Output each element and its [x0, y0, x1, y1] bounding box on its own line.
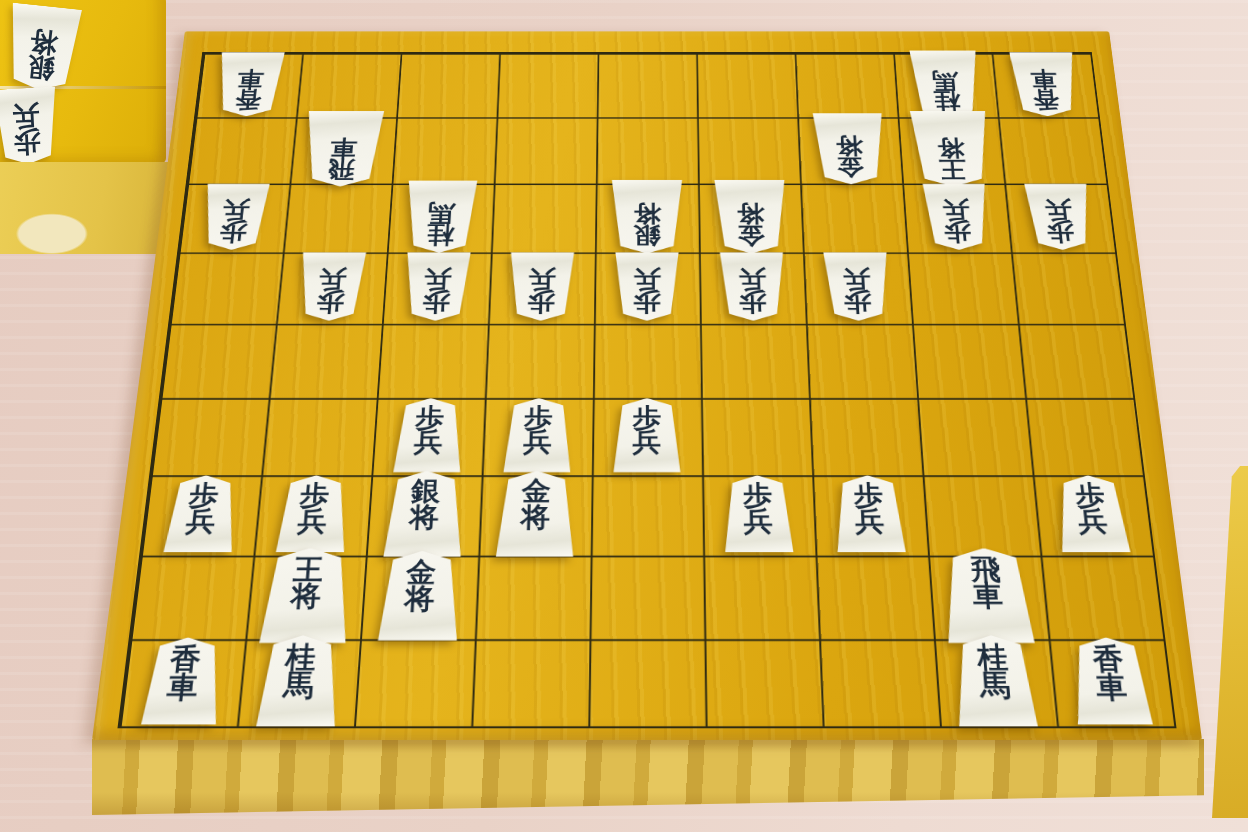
square-6d[interactable]: 歩 兵 [488, 252, 595, 323]
piece-gote-knight[interactable]: 桂 馬 [402, 181, 480, 253]
square-5f[interactable]: 歩 兵 [592, 398, 702, 475]
piece-face: 歩 兵 [401, 252, 473, 321]
square-8g[interactable]: 歩 兵 [253, 475, 371, 555]
square-7a[interactable] [396, 53, 499, 117]
piece-kanji-label: 歩 兵 [523, 406, 553, 455]
square-4c[interactable]: 金 将 [698, 184, 803, 253]
square-7d[interactable]: 歩 兵 [382, 252, 491, 323]
piece-face: 歩 兵 [0, 86, 61, 165]
square-8h[interactable]: 王 将 [245, 556, 366, 640]
piece-sente-rook[interactable]: 飛 車 [939, 548, 1038, 643]
piece-sente-pawn[interactable]: 歩 兵 [611, 398, 682, 472]
square-8f[interactable] [261, 398, 377, 475]
piece-gote-lance[interactable]: 香 車 [1007, 52, 1082, 116]
square-5g[interactable] [591, 475, 703, 555]
square-6g[interactable]: 金 将 [478, 475, 592, 555]
piece-kanji-label: 歩 兵 [297, 483, 331, 534]
square-5i[interactable] [588, 639, 705, 726]
piece-face: 歩 兵 [613, 252, 681, 321]
piece-kanji-label: 歩 兵 [422, 268, 452, 314]
square-9a[interactable]: 香 車 [196, 53, 302, 117]
square-4a[interactable] [696, 53, 797, 117]
piece-face: 歩 兵 [717, 252, 787, 321]
piece-gote-king[interactable]: 王 将 [907, 111, 994, 186]
square-2b[interactable]: 王 将 [898, 117, 1005, 183]
square-7c[interactable]: 桂 馬 [387, 184, 494, 253]
square-8d[interactable]: 歩 兵 [276, 252, 387, 323]
piece-kanji-label: 銀 将 [26, 28, 58, 82]
piece-face: 金 将 [375, 551, 463, 640]
piece-gote-pawn[interactable]: 歩 兵 [198, 184, 272, 250]
square-5d[interactable]: 歩 兵 [594, 252, 700, 323]
piece-face: 香 車 [212, 52, 287, 116]
piece-sente-knight[interactable]: 桂 馬 [254, 635, 344, 726]
piece-face: 歩 兵 [722, 475, 796, 552]
piece-face: 桂 馬 [950, 635, 1040, 726]
square-8a[interactable] [296, 53, 401, 117]
piece-gote-lance[interactable]: 香 車 [212, 52, 287, 116]
square-3i[interactable] [819, 639, 940, 726]
square-2a[interactable]: 桂 馬 [893, 53, 998, 117]
square-5c[interactable]: 銀 将 [595, 184, 699, 253]
square-2e[interactable] [912, 324, 1025, 398]
square-3e[interactable] [806, 324, 917, 398]
square-9d[interactable] [170, 252, 283, 323]
piece-kanji-label: 歩 兵 [743, 483, 774, 534]
square-2d[interactable] [907, 252, 1018, 323]
piece-face: 香 車 [139, 637, 228, 724]
piece-gote-silver[interactable]: 銀 将 [609, 180, 685, 254]
piece-kanji-label: 歩 兵 [1074, 483, 1109, 534]
square-1a[interactable]: 香 車 [992, 53, 1098, 117]
piece-sente-gold[interactable]: 金 将 [493, 471, 577, 557]
square-8b[interactable]: 飛 車 [290, 117, 397, 183]
square-4d[interactable]: 歩 兵 [699, 252, 806, 323]
piece-face: 歩 兵 [1022, 184, 1096, 250]
piece-gote-pawn[interactable]: 歩 兵 [1022, 184, 1096, 250]
piece-kanji-label: 歩 兵 [941, 199, 972, 243]
piece-face: 飛 車 [300, 111, 387, 186]
piece-stand-top-left: 銀 将歩 兵 [0, 0, 166, 164]
piece-kanji-label: 歩 兵 [218, 199, 250, 243]
square-1f[interactable] [1025, 398, 1143, 475]
square-9h[interactable] [131, 556, 254, 640]
board-grid: 香 車桂 馬香 車飛 車金 将王 将歩 兵桂 馬銀 将金 将歩 兵歩 兵歩 兵歩… [117, 52, 1176, 728]
piece-kanji-label: 桂 馬 [931, 70, 961, 111]
piece-face: 桂 馬 [254, 635, 344, 726]
piece-sente-pawn[interactable]: 歩 兵 [1052, 475, 1133, 552]
piece-face: 銀 将 [609, 180, 685, 254]
piece-sente-pawn[interactable]: 歩 兵 [722, 475, 796, 552]
square-9b[interactable] [188, 117, 297, 183]
piece-gote-pawn[interactable]: 歩 兵 [295, 252, 369, 321]
piece-gote-knight[interactable]: 桂 馬 [907, 50, 984, 117]
square-7e[interactable] [377, 324, 488, 398]
square-5e[interactable] [593, 324, 701, 398]
piece-gote-pawn[interactable]: 歩 兵 [507, 252, 577, 321]
piece-kanji-label: 歩 兵 [316, 268, 348, 314]
piece-face: 王 将 [256, 548, 355, 643]
piece-face: 王 将 [907, 111, 994, 186]
square-2c[interactable]: 歩 兵 [902, 184, 1011, 253]
shogi-board: 香 車桂 馬香 車飛 車金 将王 将歩 兵桂 馬銀 将金 将歩 兵歩 兵歩 兵歩… [92, 31, 1202, 740]
piece-face: 歩 兵 [821, 252, 893, 321]
piece-sente-pawn[interactable]: 歩 兵 [391, 398, 466, 472]
piece-kanji-label: 金 将 [404, 559, 437, 612]
piece-kanji-label: 歩 兵 [633, 268, 661, 314]
piece-kanji-label: 歩 兵 [12, 103, 42, 156]
piece-face: 歩 兵 [161, 475, 242, 552]
square-2g[interactable] [923, 475, 1041, 555]
piece-gote-silver[interactable]: 銀 将 [6, 6, 80, 90]
square-9g[interactable]: 歩 兵 [141, 475, 261, 555]
square-7b[interactable] [392, 117, 497, 183]
piece-gote-pawn[interactable]: 歩 兵 [821, 252, 893, 321]
square-6e[interactable] [485, 324, 594, 398]
piece-face: 銀 将 [2, 2, 84, 93]
piece-kanji-label: 金 将 [521, 479, 552, 530]
square-7g[interactable]: 銀 将 [366, 475, 482, 555]
square-6b[interactable] [494, 117, 597, 183]
piece-gote-rook[interactable]: 飛 車 [300, 111, 387, 186]
piece-kanji-label: 銀 将 [633, 202, 660, 246]
piece-sente-lance[interactable]: 香 車 [1067, 637, 1156, 724]
square-6f[interactable]: 歩 兵 [482, 398, 593, 475]
piece-gote-pawn[interactable]: 歩 兵 [717, 252, 787, 321]
square-7f[interactable]: 歩 兵 [371, 398, 484, 475]
piece-face: 歩 兵 [391, 398, 466, 472]
piece-gote-pawn[interactable]: 歩 兵 [920, 184, 992, 250]
piece-sente-gold[interactable]: 金 将 [375, 551, 463, 640]
piece-face: 歩 兵 [198, 184, 272, 250]
square-4i[interactable] [704, 639, 822, 726]
square-5a[interactable] [597, 53, 697, 117]
piece-gote-gold[interactable]: 金 将 [811, 114, 889, 185]
square-1e[interactable] [1018, 324, 1133, 398]
piece-face: 歩 兵 [611, 398, 682, 472]
piece-kanji-label: 香 車 [166, 646, 203, 702]
square-7h[interactable]: 金 将 [360, 556, 478, 640]
piece-face: 歩 兵 [1052, 475, 1133, 552]
square-8i[interactable]: 桂 馬 [237, 639, 360, 726]
piece-sente-pawn[interactable]: 歩 兵 [832, 475, 908, 552]
piece-kanji-label: 香 車 [1092, 646, 1129, 702]
square-4f[interactable] [701, 398, 812, 475]
piece-face: 金 将 [493, 471, 577, 557]
piece-gote-gold[interactable]: 金 将 [712, 180, 789, 254]
piece-face: 歩 兵 [832, 475, 908, 552]
piece-sente-silver[interactable]: 銀 将 [381, 471, 467, 557]
piece-kanji-label: 歩 兵 [1044, 199, 1076, 243]
square-6c[interactable] [491, 184, 596, 253]
piece-kanji-label: 王 将 [936, 137, 966, 180]
piece-kanji-label: 歩 兵 [633, 406, 662, 455]
piece-face: 歩 兵 [507, 252, 577, 321]
piece-face: 歩 兵 [295, 252, 369, 321]
piece-kanji-label: 桂 馬 [282, 644, 317, 700]
square-1i[interactable]: 香 車 [1049, 639, 1175, 726]
square-5h[interactable] [590, 556, 705, 640]
piece-kanji-label: 桂 馬 [976, 644, 1011, 700]
square-8c[interactable] [283, 184, 392, 253]
piece-sente-pawn[interactable]: 歩 兵 [161, 475, 242, 552]
square-3h[interactable] [816, 556, 934, 640]
piece-face: 歩 兵 [274, 475, 352, 552]
piece-sente-knight[interactable]: 桂 馬 [950, 635, 1040, 726]
square-3g[interactable]: 歩 兵 [812, 475, 928, 555]
piece-sente-pawn[interactable]: 歩 兵 [501, 398, 574, 472]
piece-gote-pawn[interactable]: 歩 兵 [0, 88, 59, 164]
piece-gote-pawn[interactable]: 歩 兵 [401, 252, 473, 321]
piece-kanji-label: 桂 馬 [426, 201, 456, 245]
piece-sente-king[interactable]: 王 将 [256, 548, 355, 643]
piece-stand-front-face [0, 162, 172, 254]
piece-kanji-label: 飛 車 [970, 556, 1004, 609]
square-9i[interactable]: 香 車 [120, 639, 246, 726]
piece-kanji-label: 歩 兵 [738, 268, 767, 314]
square-3a[interactable] [795, 53, 898, 117]
piece-face: 桂 馬 [402, 181, 480, 253]
square-4h[interactable] [703, 556, 819, 640]
square-3d[interactable]: 歩 兵 [803, 252, 912, 323]
square-9e[interactable] [161, 324, 276, 398]
piece-sente-pawn[interactable]: 歩 兵 [274, 475, 352, 552]
piece-kanji-label: 歩 兵 [413, 406, 444, 455]
piece-face: 香 車 [1007, 52, 1082, 116]
piece-face: 金 将 [811, 114, 889, 185]
square-2i[interactable]: 桂 馬 [934, 639, 1057, 726]
square-3b[interactable]: 金 将 [797, 117, 902, 183]
square-7i[interactable] [354, 639, 475, 726]
square-3f[interactable] [809, 398, 922, 475]
square-6i[interactable] [471, 639, 589, 726]
square-3c[interactable] [800, 184, 907, 253]
square-6a[interactable] [497, 53, 598, 117]
piece-face: 金 将 [712, 180, 789, 254]
piece-gote-pawn[interactable]: 歩 兵 [613, 252, 681, 321]
piece-face: 歩 兵 [920, 184, 992, 250]
piece-kanji-label: 香 車 [1030, 68, 1061, 109]
piece-kanji-label: 王 将 [290, 556, 324, 609]
piece-face: 銀 将 [381, 471, 467, 557]
square-1d[interactable] [1011, 252, 1124, 323]
piece-face: 飛 車 [939, 548, 1038, 643]
square-9c[interactable]: 歩 兵 [179, 184, 290, 253]
piece-kanji-label: 金 将 [736, 202, 764, 246]
square-2h[interactable]: 飛 車 [928, 556, 1049, 640]
square-2f[interactable] [917, 398, 1033, 475]
piece-sente-lance[interactable]: 香 車 [139, 637, 228, 724]
square-4g[interactable]: 歩 兵 [702, 475, 816, 555]
square-9f[interactable] [151, 398, 269, 475]
square-1b[interactable] [998, 117, 1107, 183]
square-4e[interactable] [700, 324, 809, 398]
piece-kanji-label: 歩 兵 [527, 268, 556, 314]
square-1h[interactable] [1041, 556, 1164, 640]
piece-kanji-label: 飛 車 [328, 137, 358, 180]
piece-kanji-label: 香 車 [234, 68, 265, 109]
square-4b[interactable] [697, 117, 800, 183]
piece-face: 香 車 [1067, 637, 1156, 724]
piece-face: 桂 馬 [907, 50, 984, 117]
piece-face: 歩 兵 [501, 398, 574, 472]
square-1g[interactable]: 歩 兵 [1033, 475, 1153, 555]
square-8e[interactable] [269, 324, 382, 398]
square-6h[interactable] [475, 556, 591, 640]
square-5b[interactable] [596, 117, 698, 183]
piece-kanji-label: 歩 兵 [185, 483, 220, 534]
piece-kanji-label: 銀 将 [409, 479, 441, 530]
piece-kanji-label: 歩 兵 [842, 268, 872, 314]
piece-kanji-label: 歩 兵 [853, 483, 885, 534]
piece-kanji-label: 金 将 [835, 135, 864, 178]
square-1c[interactable]: 歩 兵 [1004, 184, 1115, 253]
